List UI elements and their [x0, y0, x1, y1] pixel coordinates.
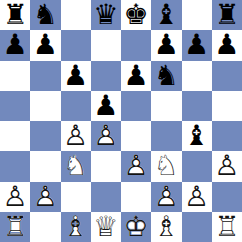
- white-piece-outline: ♙: [30, 182, 60, 212]
- white-piece-outline: ♔: [121, 212, 151, 242]
- square-f7[interactable]: ♟: [151, 30, 181, 60]
- black-pawn-icon[interactable]: ♟: [61, 61, 91, 91]
- square-a8[interactable]: ♜: [0, 0, 30, 30]
- square-b7[interactable]: ♟: [30, 30, 60, 60]
- square-e6[interactable]: ♟: [121, 61, 151, 91]
- square-h5[interactable]: [212, 91, 242, 121]
- square-a3[interactable]: [0, 151, 30, 181]
- square-g8[interactable]: [182, 0, 212, 30]
- black-queen-icon[interactable]: ♛: [91, 0, 121, 30]
- white-pawn-icon[interactable]: ♟♙: [151, 182, 181, 212]
- square-b3[interactable]: [30, 151, 60, 181]
- square-c1[interactable]: ♝♗: [61, 212, 91, 242]
- square-h4[interactable]: [212, 121, 242, 151]
- square-h8[interactable]: ♜: [212, 0, 242, 30]
- square-e8[interactable]: ♚: [121, 0, 151, 30]
- white-pawn-icon[interactable]: ♟♙: [91, 121, 121, 151]
- white-rook-icon[interactable]: ♜♖: [0, 212, 30, 242]
- white-pawn-icon[interactable]: ♟♙: [182, 182, 212, 212]
- square-b5[interactable]: [30, 91, 60, 121]
- black-bishop-icon[interactable]: ♝: [182, 121, 212, 151]
- black-king-icon[interactable]: ♚: [121, 0, 151, 30]
- square-h1[interactable]: ♜♖: [212, 212, 242, 242]
- square-b6[interactable]: [30, 61, 60, 91]
- square-h3[interactable]: ♟♙: [212, 151, 242, 181]
- black-rook-icon[interactable]: ♜: [0, 0, 30, 30]
- white-piece-outline: ♙: [151, 182, 181, 212]
- square-e4[interactable]: [121, 121, 151, 151]
- square-b8[interactable]: ♞: [30, 0, 60, 30]
- white-pawn-icon[interactable]: ♟♙: [121, 151, 151, 181]
- square-d3[interactable]: [91, 151, 121, 181]
- square-g1[interactable]: [182, 212, 212, 242]
- white-piece-outline: ♖: [0, 212, 30, 242]
- square-g7[interactable]: ♟: [182, 30, 212, 60]
- chess-board: ♜♞♛♚♝♜♟♟♟♟♟♟♟♞♟♟♙♟♙♝♞♘♟♙♞♘♟♙♟♙♟♙♟♙♟♙♜♖♝♗…: [0, 0, 242, 242]
- black-rook-icon[interactable]: ♜: [212, 0, 242, 30]
- square-a7[interactable]: ♟: [0, 30, 30, 60]
- white-piece-outline: ♙: [212, 151, 242, 181]
- black-knight-icon[interactable]: ♞: [30, 0, 60, 30]
- square-d4[interactable]: ♟♙: [91, 121, 121, 151]
- black-knight-icon[interactable]: ♞: [151, 61, 181, 91]
- white-queen-icon[interactable]: ♛♕: [91, 212, 121, 242]
- square-g2[interactable]: ♟♙: [182, 182, 212, 212]
- black-pawn-icon[interactable]: ♟: [212, 30, 242, 60]
- black-pawn-icon[interactable]: ♟: [0, 30, 30, 60]
- white-piece-outline: ♖: [212, 212, 242, 242]
- square-h2[interactable]: [212, 182, 242, 212]
- white-king-icon[interactable]: ♚♔: [121, 212, 151, 242]
- square-f8[interactable]: ♝: [151, 0, 181, 30]
- square-g5[interactable]: [182, 91, 212, 121]
- square-e1[interactable]: ♚♔: [121, 212, 151, 242]
- square-e5[interactable]: [121, 91, 151, 121]
- black-pawn-icon[interactable]: ♟: [30, 30, 60, 60]
- square-g4[interactable]: ♝: [182, 121, 212, 151]
- white-rook-icon[interactable]: ♜♖: [212, 212, 242, 242]
- white-piece-outline: ♕: [91, 212, 121, 242]
- square-f5[interactable]: [151, 91, 181, 121]
- square-b1[interactable]: [30, 212, 60, 242]
- square-h7[interactable]: ♟: [212, 30, 242, 60]
- square-e2[interactable]: [121, 182, 151, 212]
- white-knight-icon[interactable]: ♞♘: [151, 151, 181, 181]
- square-f3[interactable]: ♞♘: [151, 151, 181, 181]
- square-d1[interactable]: ♛♕: [91, 212, 121, 242]
- square-c8[interactable]: [61, 0, 91, 30]
- square-a5[interactable]: [0, 91, 30, 121]
- white-pawn-icon[interactable]: ♟♙: [0, 182, 30, 212]
- square-d2[interactable]: [91, 182, 121, 212]
- square-e7[interactable]: [121, 30, 151, 60]
- square-h6[interactable]: [212, 61, 242, 91]
- square-a1[interactable]: ♜♖: [0, 212, 30, 242]
- white-pawn-icon[interactable]: ♟♙: [61, 121, 91, 151]
- square-c4[interactable]: ♟♙: [61, 121, 91, 151]
- square-c2[interactable]: [61, 182, 91, 212]
- square-c3[interactable]: ♞♘: [61, 151, 91, 181]
- white-piece-outline: ♘: [61, 151, 91, 181]
- white-bishop-icon[interactable]: ♝♗: [151, 212, 181, 242]
- black-pawn-icon[interactable]: ♟: [182, 30, 212, 60]
- white-pawn-icon[interactable]: ♟♙: [30, 182, 60, 212]
- square-d7[interactable]: [91, 30, 121, 60]
- white-piece-outline: ♙: [61, 121, 91, 151]
- white-piece-outline: ♙: [0, 182, 30, 212]
- square-c7[interactable]: [61, 30, 91, 60]
- square-e3[interactable]: ♟♙: [121, 151, 151, 181]
- square-f6[interactable]: ♞: [151, 61, 181, 91]
- white-pawn-icon[interactable]: ♟♙: [212, 151, 242, 181]
- black-pawn-icon[interactable]: ♟: [151, 30, 181, 60]
- white-knight-icon[interactable]: ♞♘: [61, 151, 91, 181]
- square-f2[interactable]: ♟♙: [151, 182, 181, 212]
- square-g3[interactable]: [182, 151, 212, 181]
- square-b2[interactable]: ♟♙: [30, 182, 60, 212]
- square-d6[interactable]: [91, 61, 121, 91]
- square-a6[interactable]: [0, 61, 30, 91]
- square-g6[interactable]: [182, 61, 212, 91]
- square-c6[interactable]: ♟: [61, 61, 91, 91]
- black-bishop-icon[interactable]: ♝: [151, 0, 181, 30]
- white-piece-outline: ♘: [151, 151, 181, 181]
- white-piece-outline: ♙: [91, 121, 121, 151]
- white-bishop-icon[interactable]: ♝♗: [61, 212, 91, 242]
- square-d5[interactable]: ♟: [91, 91, 121, 121]
- square-c5[interactable]: [61, 91, 91, 121]
- white-piece-outline: ♗: [61, 212, 91, 242]
- square-f1[interactable]: ♝♗: [151, 212, 181, 242]
- white-piece-outline: ♙: [121, 151, 151, 181]
- square-a4[interactable]: [0, 121, 30, 151]
- square-d8[interactable]: ♛: [91, 0, 121, 30]
- square-b4[interactable]: [30, 121, 60, 151]
- black-pawn-icon[interactable]: ♟: [121, 61, 151, 91]
- white-piece-outline: ♗: [151, 212, 181, 242]
- square-f4[interactable]: [151, 121, 181, 151]
- square-a2[interactable]: ♟♙: [0, 182, 30, 212]
- black-pawn-icon[interactable]: ♟: [91, 91, 121, 121]
- white-piece-outline: ♙: [182, 182, 212, 212]
